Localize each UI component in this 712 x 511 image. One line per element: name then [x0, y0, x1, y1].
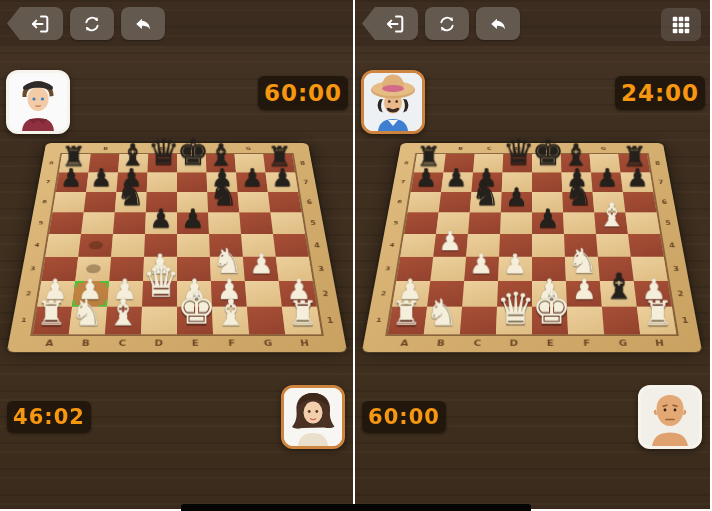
board-square[interactable]: ♟: [441, 173, 473, 192]
file-label: G: [589, 145, 618, 152]
board-square[interactable]: ♜: [282, 307, 321, 334]
rank-label: 7: [654, 173, 669, 192]
board-square[interactable]: ♟: [566, 281, 602, 307]
board-square[interactable]: [78, 234, 113, 257]
black-queen[interactable]: ♛: [503, 134, 532, 170]
board-square[interactable]: [270, 212, 305, 234]
undo-icon: [132, 13, 154, 35]
file-label: B: [422, 337, 460, 350]
board-square[interactable]: ♟: [464, 257, 499, 281]
black-pawn[interactable]: ♟: [592, 165, 622, 190]
white-pawn[interactable]: ♟: [567, 275, 602, 303]
grid-menu-icon: [670, 14, 692, 36]
board-square[interactable]: ♚: [177, 307, 213, 334]
file-label: E: [532, 337, 569, 350]
black-pawn[interactable]: ♟: [441, 165, 471, 190]
file-label: F: [568, 337, 605, 350]
board-square[interactable]: ♛: [142, 281, 177, 307]
file-label: G: [604, 337, 642, 350]
file-label: B: [446, 145, 475, 152]
timer-bottom-player: 46:02: [7, 401, 91, 433]
board-square[interactable]: ♛: [502, 154, 532, 172]
board-square[interactable]: ♚: [532, 307, 568, 334]
man-with-sombrero-avatar: [364, 73, 422, 131]
white-rook[interactable]: ♜: [640, 297, 676, 331]
board-square[interactable]: ♟: [498, 257, 532, 281]
board-square[interactable]: [400, 234, 436, 257]
board-square[interactable]: [247, 307, 285, 334]
board-square[interactable]: [567, 307, 604, 334]
rank-label: 5: [33, 212, 49, 234]
board-square[interactable]: ♟: [532, 212, 564, 234]
toolbar: [7, 7, 165, 40]
black-pawn[interactable]: ♟: [532, 205, 564, 231]
board-square[interactable]: ♟: [501, 192, 532, 212]
chess-board[interactable]: ABCDEFGHABCDEFGH8765432187654321♜♛♚♝♜♟♟♟…: [362, 143, 702, 352]
board-square[interactable]: [208, 212, 241, 234]
board-square[interactable]: [563, 212, 596, 234]
rank-label: 7: [41, 173, 56, 192]
board-square[interactable]: [462, 281, 498, 307]
black-knight[interactable]: ♞: [470, 178, 501, 210]
white-rook[interactable]: ♜: [285, 297, 321, 331]
file-label: F: [213, 337, 250, 350]
bald-muscular-man-avatar: [641, 388, 699, 446]
board-square[interactable]: [500, 212, 532, 234]
exit-button[interactable]: [362, 7, 418, 40]
black-pawn[interactable]: ♟: [501, 185, 532, 210]
file-label: D: [140, 337, 177, 350]
move-hint-dot[interactable]: [88, 241, 103, 249]
undo-icon: [487, 13, 509, 35]
file-label: A: [385, 337, 423, 350]
white-pawn[interactable]: ♟: [434, 227, 467, 254]
board-square[interactable]: ♜: [388, 307, 427, 334]
board-square[interactable]: [602, 307, 640, 334]
black-pawn[interactable]: ♟: [268, 165, 298, 190]
board-square[interactable]: ♞: [424, 307, 462, 334]
rank-label: 5: [388, 212, 404, 234]
refresh-icon: [436, 13, 458, 35]
white-queen[interactable]: ♛: [496, 287, 532, 331]
board-square[interactable]: [430, 257, 466, 281]
timer-text: 60:00: [264, 80, 342, 106]
game-panel-right: 24:00 ABCDEFGHABCDEFGH8765432187654321♜♛…: [355, 0, 710, 509]
rank-label: 6: [302, 192, 317, 212]
board-square[interactable]: [245, 281, 282, 307]
board-square[interactable]: [239, 212, 273, 234]
black-pawn[interactable]: ♟: [177, 205, 209, 231]
rank-label: 1: [15, 307, 33, 334]
white-pawn[interactable]: ♟: [245, 251, 279, 278]
white-pawn[interactable]: ♟: [464, 251, 498, 278]
file-label: B: [67, 337, 105, 350]
board-square[interactable]: [408, 192, 442, 212]
board-square[interactable]: [468, 212, 501, 234]
rank-label: 1: [676, 307, 694, 334]
white-rook[interactable]: ♜: [388, 297, 424, 331]
board-square[interactable]: [268, 192, 302, 212]
board-square[interactable]: ♟: [177, 212, 209, 234]
file-label: H: [286, 337, 324, 350]
black-knight[interactable]: ♞: [563, 178, 594, 210]
undo-button[interactable]: [121, 7, 165, 40]
rank-label: 1: [370, 307, 388, 334]
white-bishop[interactable]: ♝: [105, 294, 141, 331]
black-bishop[interactable]: ♝: [602, 268, 637, 304]
board-square[interactable]: [49, 212, 84, 234]
board-square[interactable]: ♟: [86, 173, 118, 192]
board-square[interactable]: [623, 192, 657, 212]
black-pawn[interactable]: ♟: [145, 205, 177, 231]
board-square[interactable]: [177, 234, 210, 257]
board-square[interactable]: [84, 192, 117, 212]
board-square[interactable]: [45, 234, 81, 257]
chess-board[interactable]: ABCDEFGHABCDEFGH8765432187654321♜♝♛♚♝♜♟♟…: [7, 143, 347, 352]
avatar-bottom-player: [638, 385, 702, 449]
rank-label: 6: [657, 192, 672, 212]
board-square[interactable]: ♝: [212, 307, 249, 334]
rank-label: 5: [660, 212, 676, 234]
exit-button[interactable]: [7, 7, 63, 40]
undo-button[interactable]: [476, 7, 520, 40]
file-label: E: [177, 337, 214, 350]
black-pawn[interactable]: ♟: [56, 165, 86, 190]
file-label: B: [91, 145, 120, 152]
board-square[interactable]: ♚: [177, 154, 207, 172]
rank-label: 4: [309, 234, 325, 257]
rank-label: 4: [664, 234, 680, 257]
board-square[interactable]: [111, 234, 145, 257]
board-square[interactable]: ♜: [33, 307, 72, 334]
board-square[interactable]: ♟: [243, 257, 279, 281]
black-pawn[interactable]: ♟: [237, 165, 267, 190]
file-label: C: [459, 337, 496, 350]
white-knight[interactable]: ♞: [69, 294, 105, 331]
board-square[interactable]: [238, 192, 271, 212]
two-game-screenshots: 60:00 ABCDEFGHABCDEFGH8765432187654321♜♝…: [0, 0, 712, 511]
timer-top-player: 60:00: [258, 76, 348, 110]
rank-label: 6: [392, 192, 407, 212]
file-label: C: [475, 145, 504, 152]
black-pawn[interactable]: ♟: [86, 165, 116, 190]
move-hint-dot[interactable]: [86, 264, 102, 273]
board-square[interactable]: ♟: [236, 173, 268, 192]
board-square[interactable]: ♟: [411, 173, 444, 192]
board-square[interactable]: [177, 173, 207, 192]
white-knight[interactable]: ♞: [424, 294, 460, 331]
timer-text: 46:02: [13, 405, 85, 429]
refresh-icon: [81, 13, 103, 35]
black-queen[interactable]: ♛: [148, 134, 177, 170]
grid-menu-button[interactable]: [661, 8, 701, 41]
board-square[interactable]: [81, 212, 115, 234]
refresh-button[interactable]: [425, 7, 469, 40]
board-grid: ♜♛♚♝♜♟♟♟♟♟♟♞♟♞♟♝♟♟♟♞♟♟♟♝♟♜♞♛♚♜: [388, 154, 677, 334]
rank-label: 7: [396, 173, 411, 192]
board-grid: ♜♝♛♚♝♜♟♟♟♟♟♟♞♞♟♟♟♞♟♟♟♟♛♟♟♟♜♞♝♚♝♜: [33, 154, 322, 334]
young-man-with-cap-avatar: [9, 73, 67, 131]
timer-text: 60:00: [368, 405, 440, 429]
black-pawn[interactable]: ♟: [411, 165, 441, 190]
avatar-bottom-player: [281, 385, 345, 449]
board-square[interactable]: ♟: [266, 173, 299, 192]
exit-icon: [383, 12, 407, 36]
white-king[interactable]: ♚: [532, 287, 568, 331]
white-pawn[interactable]: ♟: [498, 251, 532, 278]
board-square[interactable]: ♟: [591, 173, 623, 192]
rank-label: 1: [321, 307, 339, 334]
board-square[interactable]: ♞: [470, 192, 502, 212]
black-knight[interactable]: ♞: [115, 178, 146, 210]
board-square[interactable]: [439, 192, 472, 212]
exit-icon: [28, 12, 52, 36]
board-square[interactable]: ♞: [69, 307, 107, 334]
board-square[interactable]: ♚: [532, 154, 562, 172]
board-square[interactable]: ♛: [147, 154, 177, 172]
white-bishop[interactable]: ♝: [596, 198, 628, 231]
board-square[interactable]: ♜: [637, 307, 676, 334]
refresh-button[interactable]: [70, 7, 114, 40]
white-queen[interactable]: ♛: [142, 261, 177, 303]
board-square[interactable]: ♟: [621, 173, 654, 192]
file-label: C: [104, 337, 141, 350]
white-king[interactable]: ♚: [177, 287, 213, 331]
rank-label: 5: [305, 212, 321, 234]
board-square[interactable]: [53, 192, 87, 212]
timer-top-player: 24:00: [615, 76, 705, 110]
board-square[interactable]: ♞: [562, 192, 594, 212]
black-king[interactable]: ♚: [532, 134, 561, 170]
board-square[interactable]: ♟: [56, 173, 89, 192]
board-square[interactable]: [532, 173, 562, 192]
rank-label: 4: [384, 234, 400, 257]
white-bishop[interactable]: ♝: [213, 294, 249, 331]
gesture-bar: [181, 504, 531, 511]
board-square[interactable]: ♟: [145, 212, 177, 234]
rank-label: 7: [299, 173, 314, 192]
board-square[interactable]: ♝: [105, 307, 142, 334]
timer-bottom-player: 60:00: [362, 401, 446, 433]
board-square[interactable]: ♞: [115, 192, 147, 212]
board-square[interactable]: ♞: [207, 192, 239, 212]
board-square[interactable]: ♝: [600, 281, 637, 307]
board-square[interactable]: [625, 212, 660, 234]
board-square[interactable]: ♟: [433, 234, 468, 257]
rank-label: 6: [37, 192, 52, 212]
file-label: G: [234, 145, 263, 152]
board-square[interactable]: [113, 212, 146, 234]
file-label: A: [30, 337, 68, 350]
file-label: H: [641, 337, 679, 350]
avatar-top-player: [361, 70, 425, 134]
board-square[interactable]: ♛: [496, 307, 532, 334]
board-square[interactable]: [460, 307, 497, 334]
white-rook[interactable]: ♜: [33, 297, 69, 331]
board-square[interactable]: [628, 234, 664, 257]
board-square[interactable]: [596, 234, 631, 257]
black-pawn[interactable]: ♟: [623, 165, 653, 190]
game-panel-left: 60:00 ABCDEFGHABCDEFGH8765432187654321♜♝…: [0, 0, 353, 509]
board-square[interactable]: [147, 173, 177, 192]
file-labels: ABCDEFGH: [385, 337, 679, 350]
avatar-top-player: [6, 70, 70, 134]
timer-text: 24:00: [621, 80, 699, 106]
file-label: G: [249, 337, 287, 350]
black-king[interactable]: ♚: [177, 134, 206, 170]
file-labels: ABCDEFGH: [30, 337, 324, 350]
brown-haired-woman-avatar: [284, 388, 342, 446]
board-square[interactable]: ♝: [594, 212, 628, 234]
black-knight[interactable]: ♞: [208, 178, 239, 210]
board-square[interactable]: [141, 307, 177, 334]
board-square[interactable]: [532, 234, 565, 257]
toolbar: [362, 7, 520, 40]
rank-label: 4: [29, 234, 45, 257]
file-label: D: [495, 337, 532, 350]
